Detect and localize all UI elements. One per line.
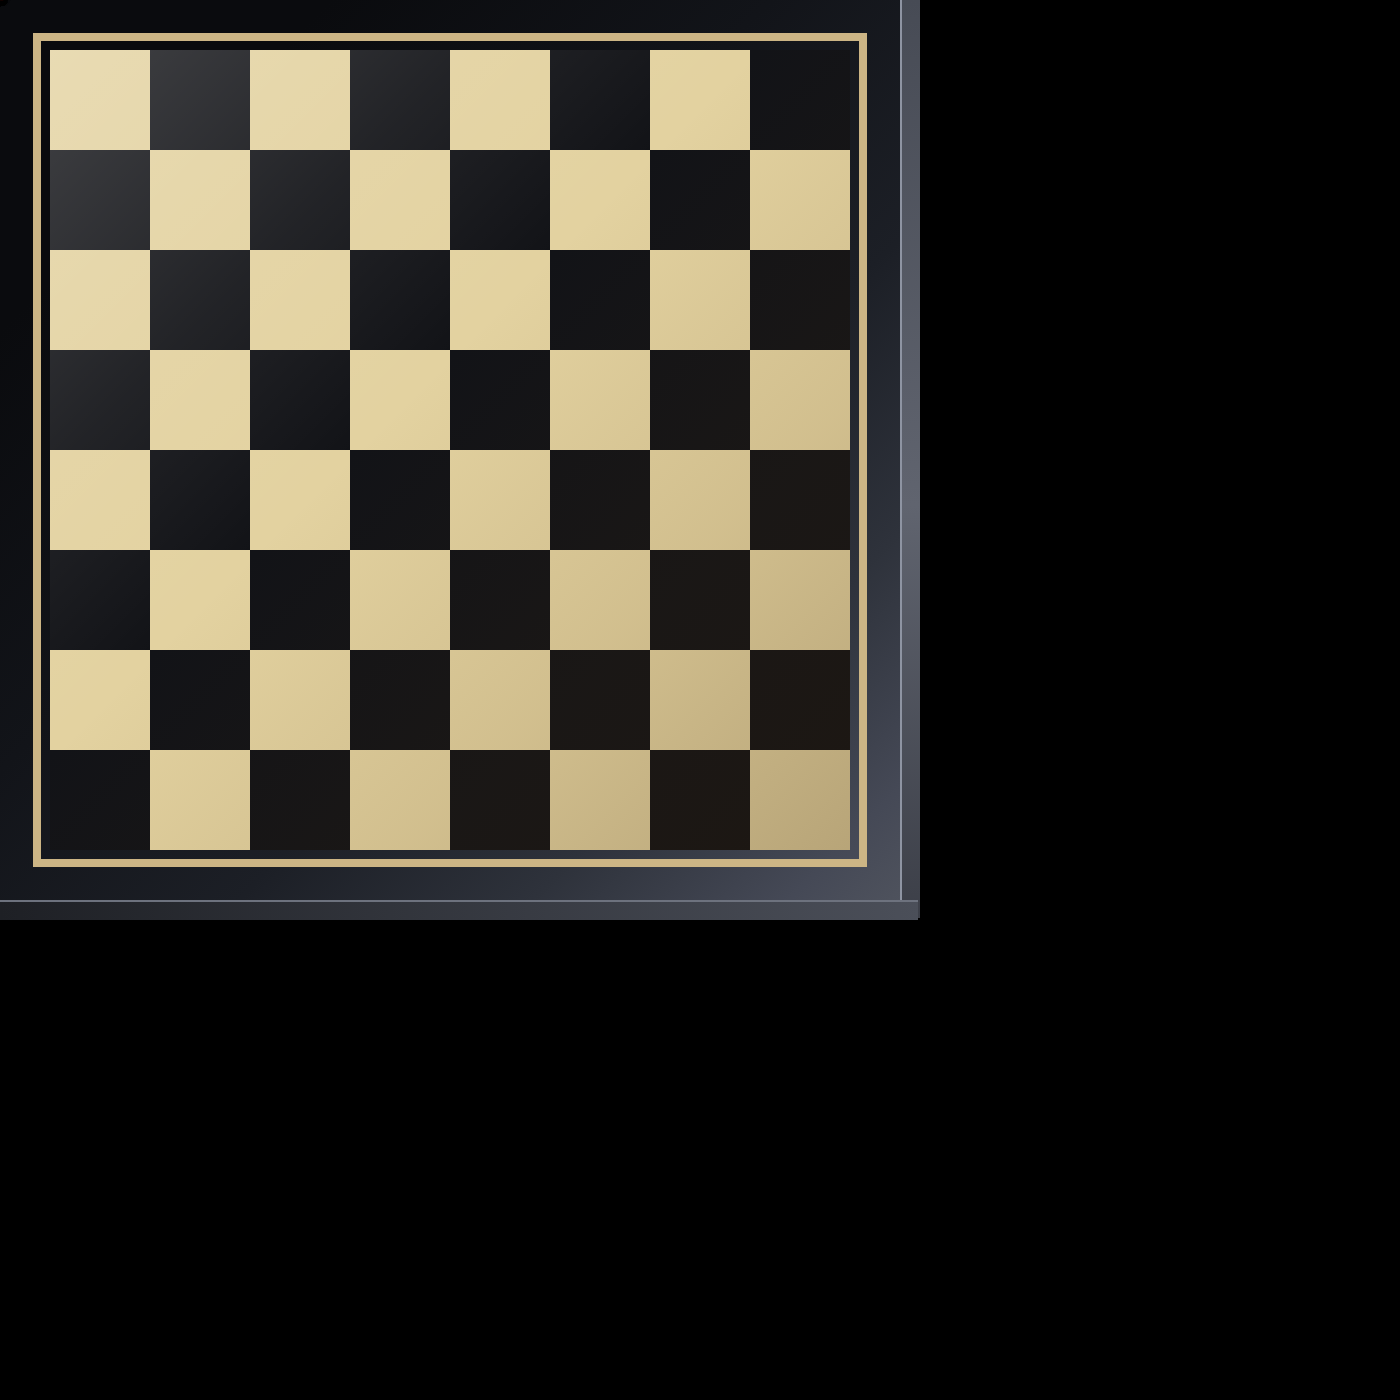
square-c2[interactable]: [250, 650, 350, 750]
square-h2[interactable]: [750, 650, 850, 750]
square-a7[interactable]: [50, 150, 150, 250]
square-f7[interactable]: [550, 150, 650, 250]
square-a4[interactable]: [50, 450, 150, 550]
square-f4[interactable]: [550, 450, 650, 550]
square-c5[interactable]: [250, 350, 350, 450]
square-g3[interactable]: [650, 550, 750, 650]
square-c7[interactable]: [250, 150, 350, 250]
square-g2[interactable]: [650, 650, 750, 750]
square-f1[interactable]: [550, 750, 650, 850]
square-c6[interactable]: [250, 250, 350, 350]
square-e6[interactable]: [450, 250, 550, 350]
board-side-face-near: [0, 900, 918, 920]
square-b7[interactable]: [150, 150, 250, 250]
square-e3[interactable]: [450, 550, 550, 650]
chess-board: [0, 0, 918, 918]
square-a6[interactable]: [50, 250, 150, 350]
square-f5[interactable]: [550, 350, 650, 450]
square-h5[interactable]: [750, 350, 850, 450]
playing-area: [50, 50, 850, 850]
square-g5[interactable]: [650, 350, 750, 450]
square-c1[interactable]: [250, 750, 350, 850]
square-h8[interactable]: [750, 50, 850, 150]
square-g1[interactable]: [650, 750, 750, 850]
square-d6[interactable]: [350, 250, 450, 350]
square-g6[interactable]: [650, 250, 750, 350]
square-b3[interactable]: [150, 550, 250, 650]
square-d4[interactable]: [350, 450, 450, 550]
square-a1[interactable]: [50, 750, 150, 850]
square-b5[interactable]: [150, 350, 250, 450]
square-f6[interactable]: [550, 250, 650, 350]
square-d7[interactable]: [350, 150, 450, 250]
square-e4[interactable]: [450, 450, 550, 550]
square-h7[interactable]: [750, 150, 850, 250]
square-a2[interactable]: [50, 650, 150, 750]
square-f3[interactable]: [550, 550, 650, 650]
square-c8[interactable]: [250, 50, 350, 150]
square-e2[interactable]: [450, 650, 550, 750]
chess-scene: ♜♞♝♛♚♝♞♜♟♟♟♟♟♟♟♟♟♟♟♟♟♟♟♟♜♞♝♛♚♝♞♜: [0, 0, 1400, 1400]
square-d1[interactable]: [350, 750, 450, 850]
square-a8[interactable]: [50, 50, 150, 150]
square-e8[interactable]: [450, 50, 550, 150]
white-rook[interactable]: ♜: [0, 0, 7, 2]
square-b2[interactable]: [150, 650, 250, 750]
board-side-face-right: [900, 0, 920, 918]
square-b6[interactable]: [150, 250, 250, 350]
square-d5[interactable]: [350, 350, 450, 450]
square-e5[interactable]: [450, 350, 550, 450]
square-d3[interactable]: [350, 550, 450, 650]
square-g8[interactable]: [650, 50, 750, 150]
square-a3[interactable]: [50, 550, 150, 650]
square-d8[interactable]: [350, 50, 450, 150]
square-b4[interactable]: [150, 450, 250, 550]
square-h6[interactable]: [750, 250, 850, 350]
square-e7[interactable]: [450, 150, 550, 250]
square-b8[interactable]: [150, 50, 250, 150]
square-h3[interactable]: [750, 550, 850, 650]
square-h4[interactable]: [750, 450, 850, 550]
white-rook-glyph: ♜: [0, 0, 7, 2]
square-g7[interactable]: [650, 150, 750, 250]
square-b1[interactable]: [150, 750, 250, 850]
square-a5[interactable]: [50, 350, 150, 450]
square-c3[interactable]: [250, 550, 350, 650]
square-e1[interactable]: [450, 750, 550, 850]
square-h1[interactable]: [750, 750, 850, 850]
square-d2[interactable]: [350, 650, 450, 750]
square-f8[interactable]: [550, 50, 650, 150]
square-c4[interactable]: [250, 450, 350, 550]
square-g4[interactable]: [650, 450, 750, 550]
square-f2[interactable]: [550, 650, 650, 750]
